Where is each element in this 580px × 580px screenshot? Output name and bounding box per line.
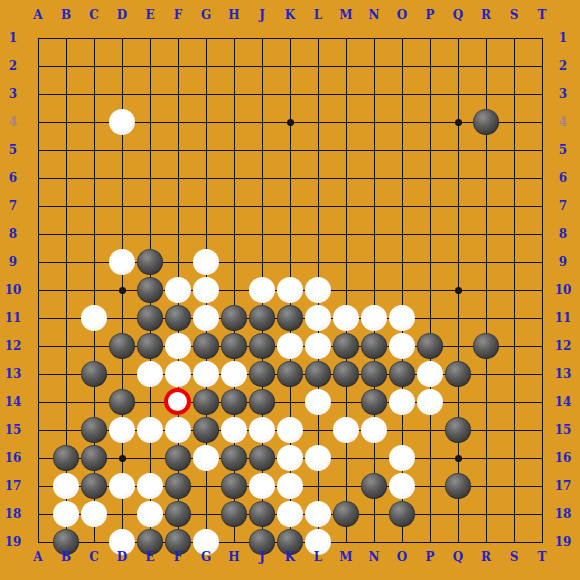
intersection-S16[interactable] bbox=[500, 444, 528, 472]
intersection-Q16[interactable] bbox=[444, 444, 472, 472]
intersection-O7[interactable] bbox=[388, 192, 416, 220]
intersection-L10[interactable] bbox=[304, 276, 332, 304]
intersection-S4[interactable] bbox=[500, 108, 528, 136]
intersection-K7[interactable] bbox=[276, 192, 304, 220]
intersection-S1[interactable] bbox=[500, 24, 528, 52]
intersection-B7[interactable] bbox=[52, 192, 80, 220]
intersection-L14[interactable] bbox=[304, 388, 332, 416]
intersection-G1[interactable] bbox=[192, 24, 220, 52]
intersection-P7[interactable] bbox=[416, 192, 444, 220]
intersection-O8[interactable] bbox=[388, 220, 416, 248]
intersection-R10[interactable] bbox=[472, 276, 500, 304]
intersection-L11[interactable] bbox=[304, 304, 332, 332]
intersection-B5[interactable] bbox=[52, 136, 80, 164]
intersection-H7[interactable] bbox=[220, 192, 248, 220]
intersection-E17[interactable] bbox=[136, 472, 164, 500]
intersection-P16[interactable] bbox=[416, 444, 444, 472]
intersection-P11[interactable] bbox=[416, 304, 444, 332]
intersection-D12[interactable] bbox=[108, 332, 136, 360]
intersection-M6[interactable] bbox=[332, 164, 360, 192]
intersection-Q7[interactable] bbox=[444, 192, 472, 220]
intersection-K16[interactable] bbox=[276, 444, 304, 472]
intersection-F18[interactable] bbox=[164, 500, 192, 528]
intersection-P1[interactable] bbox=[416, 24, 444, 52]
intersection-N4[interactable] bbox=[360, 108, 388, 136]
intersection-O2[interactable] bbox=[388, 52, 416, 80]
intersection-J4[interactable] bbox=[248, 108, 276, 136]
intersection-C3[interactable] bbox=[80, 80, 108, 108]
intersection-O5[interactable] bbox=[388, 136, 416, 164]
intersection-Q1[interactable] bbox=[444, 24, 472, 52]
intersection-M17[interactable] bbox=[332, 472, 360, 500]
intersection-J18[interactable] bbox=[248, 500, 276, 528]
intersection-N8[interactable] bbox=[360, 220, 388, 248]
intersection-B14[interactable] bbox=[52, 388, 80, 416]
intersection-N2[interactable] bbox=[360, 52, 388, 80]
intersection-A14[interactable] bbox=[24, 388, 52, 416]
intersection-C7[interactable] bbox=[80, 192, 108, 220]
intersection-Q6[interactable] bbox=[444, 164, 472, 192]
intersection-R15[interactable] bbox=[472, 416, 500, 444]
intersection-M5[interactable] bbox=[332, 136, 360, 164]
intersection-B15[interactable] bbox=[52, 416, 80, 444]
intersection-C11[interactable] bbox=[80, 304, 108, 332]
intersection-A6[interactable] bbox=[24, 164, 52, 192]
intersection-O11[interactable] bbox=[388, 304, 416, 332]
intersection-E5[interactable] bbox=[136, 136, 164, 164]
intersection-S9[interactable] bbox=[500, 248, 528, 276]
intersection-L3[interactable] bbox=[304, 80, 332, 108]
intersection-Q15[interactable] bbox=[444, 416, 472, 444]
intersection-H3[interactable] bbox=[220, 80, 248, 108]
intersection-F12[interactable] bbox=[164, 332, 192, 360]
intersection-R6[interactable] bbox=[472, 164, 500, 192]
intersection-A5[interactable] bbox=[24, 136, 52, 164]
intersection-O13[interactable] bbox=[388, 360, 416, 388]
intersection-C10[interactable] bbox=[80, 276, 108, 304]
intersection-F11[interactable] bbox=[164, 304, 192, 332]
intersection-M2[interactable] bbox=[332, 52, 360, 80]
intersection-R4[interactable] bbox=[472, 108, 500, 136]
intersection-C13[interactable] bbox=[80, 360, 108, 388]
intersection-J9[interactable] bbox=[248, 248, 276, 276]
intersection-O12[interactable] bbox=[388, 332, 416, 360]
intersection-C16[interactable] bbox=[80, 444, 108, 472]
intersection-E8[interactable] bbox=[136, 220, 164, 248]
intersection-C18[interactable] bbox=[80, 500, 108, 528]
intersection-K14[interactable] bbox=[276, 388, 304, 416]
intersection-A1[interactable] bbox=[24, 24, 52, 52]
intersection-E10[interactable] bbox=[136, 276, 164, 304]
intersection-S15[interactable] bbox=[500, 416, 528, 444]
intersection-G14[interactable] bbox=[192, 388, 220, 416]
intersection-E6[interactable] bbox=[136, 164, 164, 192]
intersection-B18[interactable] bbox=[52, 500, 80, 528]
intersection-G17[interactable] bbox=[192, 472, 220, 500]
intersection-P4[interactable] bbox=[416, 108, 444, 136]
intersection-D10[interactable] bbox=[108, 276, 136, 304]
intersection-F10[interactable] bbox=[164, 276, 192, 304]
intersection-H13[interactable] bbox=[220, 360, 248, 388]
intersection-H16[interactable] bbox=[220, 444, 248, 472]
intersection-E7[interactable] bbox=[136, 192, 164, 220]
intersection-M4[interactable] bbox=[332, 108, 360, 136]
intersection-A4[interactable] bbox=[24, 108, 52, 136]
intersection-S8[interactable] bbox=[500, 220, 528, 248]
intersection-K9[interactable] bbox=[276, 248, 304, 276]
intersection-C9[interactable] bbox=[80, 248, 108, 276]
intersection-F4[interactable] bbox=[164, 108, 192, 136]
intersection-K10[interactable] bbox=[276, 276, 304, 304]
intersection-E11[interactable] bbox=[136, 304, 164, 332]
intersection-O15[interactable] bbox=[388, 416, 416, 444]
intersection-N13[interactable] bbox=[360, 360, 388, 388]
intersection-B1[interactable] bbox=[52, 24, 80, 52]
intersection-L12[interactable] bbox=[304, 332, 332, 360]
intersection-P5[interactable] bbox=[416, 136, 444, 164]
intersection-L18[interactable] bbox=[304, 500, 332, 528]
intersection-R11[interactable] bbox=[472, 304, 500, 332]
intersection-C6[interactable] bbox=[80, 164, 108, 192]
intersection-H1[interactable] bbox=[220, 24, 248, 52]
intersection-N12[interactable] bbox=[360, 332, 388, 360]
intersection-G8[interactable] bbox=[192, 220, 220, 248]
intersection-M8[interactable] bbox=[332, 220, 360, 248]
intersection-E1[interactable] bbox=[136, 24, 164, 52]
intersection-D7[interactable] bbox=[108, 192, 136, 220]
intersection-C12[interactable] bbox=[80, 332, 108, 360]
intersection-L8[interactable] bbox=[304, 220, 332, 248]
intersection-M13[interactable] bbox=[332, 360, 360, 388]
intersection-F3[interactable] bbox=[164, 80, 192, 108]
intersection-R12[interactable] bbox=[472, 332, 500, 360]
intersection-R13[interactable] bbox=[472, 360, 500, 388]
intersection-S3[interactable] bbox=[500, 80, 528, 108]
intersection-P8[interactable] bbox=[416, 220, 444, 248]
intersection-P9[interactable] bbox=[416, 248, 444, 276]
intersection-J2[interactable] bbox=[248, 52, 276, 80]
intersection-O10[interactable] bbox=[388, 276, 416, 304]
intersection-C2[interactable] bbox=[80, 52, 108, 80]
intersection-F15[interactable] bbox=[164, 416, 192, 444]
intersection-R17[interactable] bbox=[472, 472, 500, 500]
intersection-S17[interactable] bbox=[500, 472, 528, 500]
intersection-M9[interactable] bbox=[332, 248, 360, 276]
intersection-C8[interactable] bbox=[80, 220, 108, 248]
intersection-D14[interactable] bbox=[108, 388, 136, 416]
intersection-S18[interactable] bbox=[500, 500, 528, 528]
intersection-J12[interactable] bbox=[248, 332, 276, 360]
intersection-G4[interactable] bbox=[192, 108, 220, 136]
intersection-H2[interactable] bbox=[220, 52, 248, 80]
intersection-H15[interactable] bbox=[220, 416, 248, 444]
intersection-B4[interactable] bbox=[52, 108, 80, 136]
intersection-E13[interactable] bbox=[136, 360, 164, 388]
intersection-J1[interactable] bbox=[248, 24, 276, 52]
intersection-Q17[interactable] bbox=[444, 472, 472, 500]
intersection-K2[interactable] bbox=[276, 52, 304, 80]
intersection-N18[interactable] bbox=[360, 500, 388, 528]
intersection-P15[interactable] bbox=[416, 416, 444, 444]
intersection-E3[interactable] bbox=[136, 80, 164, 108]
intersection-A7[interactable] bbox=[24, 192, 52, 220]
intersection-H18[interactable] bbox=[220, 500, 248, 528]
intersection-M10[interactable] bbox=[332, 276, 360, 304]
intersection-H9[interactable] bbox=[220, 248, 248, 276]
intersection-N6[interactable] bbox=[360, 164, 388, 192]
intersection-G6[interactable] bbox=[192, 164, 220, 192]
intersection-N16[interactable] bbox=[360, 444, 388, 472]
intersection-P17[interactable] bbox=[416, 472, 444, 500]
intersection-K8[interactable] bbox=[276, 220, 304, 248]
intersection-G3[interactable] bbox=[192, 80, 220, 108]
intersection-H11[interactable] bbox=[220, 304, 248, 332]
intersection-M7[interactable] bbox=[332, 192, 360, 220]
intersection-P13[interactable] bbox=[416, 360, 444, 388]
intersection-D2[interactable] bbox=[108, 52, 136, 80]
intersection-O6[interactable] bbox=[388, 164, 416, 192]
intersection-D17[interactable] bbox=[108, 472, 136, 500]
intersection-N5[interactable] bbox=[360, 136, 388, 164]
intersection-J6[interactable] bbox=[248, 164, 276, 192]
intersection-J10[interactable] bbox=[248, 276, 276, 304]
intersection-B16[interactable] bbox=[52, 444, 80, 472]
intersection-B17[interactable] bbox=[52, 472, 80, 500]
intersection-S2[interactable] bbox=[500, 52, 528, 80]
intersection-J11[interactable] bbox=[248, 304, 276, 332]
intersection-M11[interactable] bbox=[332, 304, 360, 332]
intersection-R2[interactable] bbox=[472, 52, 500, 80]
intersection-N14[interactable] bbox=[360, 388, 388, 416]
intersection-K6[interactable] bbox=[276, 164, 304, 192]
intersection-P12[interactable] bbox=[416, 332, 444, 360]
intersection-A2[interactable] bbox=[24, 52, 52, 80]
intersection-M12[interactable] bbox=[332, 332, 360, 360]
intersection-F1[interactable] bbox=[164, 24, 192, 52]
intersection-H14[interactable] bbox=[220, 388, 248, 416]
intersection-C15[interactable] bbox=[80, 416, 108, 444]
intersection-M18[interactable] bbox=[332, 500, 360, 528]
intersection-S12[interactable] bbox=[500, 332, 528, 360]
intersection-A8[interactable] bbox=[24, 220, 52, 248]
intersection-M1[interactable] bbox=[332, 24, 360, 52]
intersection-H10[interactable] bbox=[220, 276, 248, 304]
intersection-D8[interactable] bbox=[108, 220, 136, 248]
intersection-H17[interactable] bbox=[220, 472, 248, 500]
intersection-D1[interactable] bbox=[108, 24, 136, 52]
intersection-J7[interactable] bbox=[248, 192, 276, 220]
intersection-L7[interactable] bbox=[304, 192, 332, 220]
intersection-E14[interactable] bbox=[136, 388, 164, 416]
intersection-P10[interactable] bbox=[416, 276, 444, 304]
intersection-R3[interactable] bbox=[472, 80, 500, 108]
intersection-Q8[interactable] bbox=[444, 220, 472, 248]
intersection-B6[interactable] bbox=[52, 164, 80, 192]
intersection-R8[interactable] bbox=[472, 220, 500, 248]
intersection-R16[interactable] bbox=[472, 444, 500, 472]
intersection-K13[interactable] bbox=[276, 360, 304, 388]
intersection-J15[interactable] bbox=[248, 416, 276, 444]
intersection-J13[interactable] bbox=[248, 360, 276, 388]
intersection-K12[interactable] bbox=[276, 332, 304, 360]
intersection-R5[interactable] bbox=[472, 136, 500, 164]
intersection-A12[interactable] bbox=[24, 332, 52, 360]
intersection-O18[interactable] bbox=[388, 500, 416, 528]
intersection-A16[interactable] bbox=[24, 444, 52, 472]
intersection-L1[interactable] bbox=[304, 24, 332, 52]
intersection-B12[interactable] bbox=[52, 332, 80, 360]
intersection-R9[interactable] bbox=[472, 248, 500, 276]
intersection-Q13[interactable] bbox=[444, 360, 472, 388]
intersection-F13[interactable] bbox=[164, 360, 192, 388]
intersection-S13[interactable] bbox=[500, 360, 528, 388]
intersection-B13[interactable] bbox=[52, 360, 80, 388]
intersection-C5[interactable] bbox=[80, 136, 108, 164]
intersection-A11[interactable] bbox=[24, 304, 52, 332]
intersection-O1[interactable] bbox=[388, 24, 416, 52]
intersection-S5[interactable] bbox=[500, 136, 528, 164]
intersection-K17[interactable] bbox=[276, 472, 304, 500]
intersection-N1[interactable] bbox=[360, 24, 388, 52]
intersection-L6[interactable] bbox=[304, 164, 332, 192]
intersection-F9[interactable] bbox=[164, 248, 192, 276]
intersection-S11[interactable] bbox=[500, 304, 528, 332]
intersection-F2[interactable] bbox=[164, 52, 192, 80]
intersection-R1[interactable] bbox=[472, 24, 500, 52]
intersection-F16[interactable] bbox=[164, 444, 192, 472]
intersection-G10[interactable] bbox=[192, 276, 220, 304]
intersection-F17[interactable] bbox=[164, 472, 192, 500]
intersection-A9[interactable] bbox=[24, 248, 52, 276]
intersection-N3[interactable] bbox=[360, 80, 388, 108]
intersection-E18[interactable] bbox=[136, 500, 164, 528]
intersection-D16[interactable] bbox=[108, 444, 136, 472]
intersection-O14[interactable] bbox=[388, 388, 416, 416]
intersection-L9[interactable] bbox=[304, 248, 332, 276]
intersection-K1[interactable] bbox=[276, 24, 304, 52]
intersection-O17[interactable] bbox=[388, 472, 416, 500]
intersection-N9[interactable] bbox=[360, 248, 388, 276]
intersection-Q5[interactable] bbox=[444, 136, 472, 164]
intersection-H6[interactable] bbox=[220, 164, 248, 192]
intersection-N10[interactable] bbox=[360, 276, 388, 304]
intersection-K3[interactable] bbox=[276, 80, 304, 108]
intersection-N7[interactable] bbox=[360, 192, 388, 220]
intersection-M3[interactable] bbox=[332, 80, 360, 108]
intersection-Q12[interactable] bbox=[444, 332, 472, 360]
intersection-O16[interactable] bbox=[388, 444, 416, 472]
intersection-A13[interactable] bbox=[24, 360, 52, 388]
intersection-B10[interactable] bbox=[52, 276, 80, 304]
intersection-D9[interactable] bbox=[108, 248, 136, 276]
intersection-L17[interactable] bbox=[304, 472, 332, 500]
intersection-F6[interactable] bbox=[164, 164, 192, 192]
intersection-G11[interactable] bbox=[192, 304, 220, 332]
intersection-E2[interactable] bbox=[136, 52, 164, 80]
intersection-E9[interactable] bbox=[136, 248, 164, 276]
intersection-E16[interactable] bbox=[136, 444, 164, 472]
intersection-A15[interactable] bbox=[24, 416, 52, 444]
intersection-Q11[interactable] bbox=[444, 304, 472, 332]
intersection-L15[interactable] bbox=[304, 416, 332, 444]
intersection-Q4[interactable] bbox=[444, 108, 472, 136]
intersection-Q18[interactable] bbox=[444, 500, 472, 528]
intersection-S6[interactable] bbox=[500, 164, 528, 192]
intersection-J5[interactable] bbox=[248, 136, 276, 164]
intersection-P14[interactable] bbox=[416, 388, 444, 416]
intersection-G9[interactable] bbox=[192, 248, 220, 276]
intersection-P6[interactable] bbox=[416, 164, 444, 192]
intersection-D4[interactable] bbox=[108, 108, 136, 136]
intersection-J14[interactable] bbox=[248, 388, 276, 416]
intersection-N11[interactable] bbox=[360, 304, 388, 332]
intersection-D5[interactable] bbox=[108, 136, 136, 164]
intersection-L13[interactable] bbox=[304, 360, 332, 388]
intersection-K11[interactable] bbox=[276, 304, 304, 332]
intersection-S7[interactable] bbox=[500, 192, 528, 220]
intersection-H8[interactable] bbox=[220, 220, 248, 248]
intersection-D18[interactable] bbox=[108, 500, 136, 528]
intersection-G16[interactable] bbox=[192, 444, 220, 472]
intersection-M15[interactable] bbox=[332, 416, 360, 444]
intersection-S14[interactable] bbox=[500, 388, 528, 416]
intersection-K15[interactable] bbox=[276, 416, 304, 444]
intersection-N17[interactable] bbox=[360, 472, 388, 500]
intersection-N15[interactable] bbox=[360, 416, 388, 444]
intersection-O4[interactable] bbox=[388, 108, 416, 136]
intersection-K5[interactable] bbox=[276, 136, 304, 164]
intersection-E15[interactable] bbox=[136, 416, 164, 444]
intersection-K4[interactable] bbox=[276, 108, 304, 136]
intersection-H5[interactable] bbox=[220, 136, 248, 164]
intersection-J16[interactable] bbox=[248, 444, 276, 472]
intersection-G18[interactable] bbox=[192, 500, 220, 528]
intersection-G12[interactable] bbox=[192, 332, 220, 360]
intersection-G7[interactable] bbox=[192, 192, 220, 220]
intersection-J17[interactable] bbox=[248, 472, 276, 500]
intersection-G2[interactable] bbox=[192, 52, 220, 80]
intersection-B11[interactable] bbox=[52, 304, 80, 332]
intersection-F14[interactable] bbox=[164, 388, 192, 416]
intersection-J3[interactable] bbox=[248, 80, 276, 108]
intersection-S10[interactable] bbox=[500, 276, 528, 304]
intersection-R18[interactable] bbox=[472, 500, 500, 528]
intersection-R7[interactable] bbox=[472, 192, 500, 220]
intersection-B2[interactable] bbox=[52, 52, 80, 80]
intersection-L2[interactable] bbox=[304, 52, 332, 80]
intersection-O3[interactable] bbox=[388, 80, 416, 108]
intersection-A17[interactable] bbox=[24, 472, 52, 500]
intersection-K18[interactable] bbox=[276, 500, 304, 528]
intersection-Q14[interactable] bbox=[444, 388, 472, 416]
intersection-A10[interactable] bbox=[24, 276, 52, 304]
intersection-L5[interactable] bbox=[304, 136, 332, 164]
intersection-A18[interactable] bbox=[24, 500, 52, 528]
intersection-F7[interactable] bbox=[164, 192, 192, 220]
intersection-E12[interactable] bbox=[136, 332, 164, 360]
intersection-G13[interactable] bbox=[192, 360, 220, 388]
intersection-P18[interactable] bbox=[416, 500, 444, 528]
intersection-D3[interactable] bbox=[108, 80, 136, 108]
intersection-A3[interactable] bbox=[24, 80, 52, 108]
intersection-E4[interactable] bbox=[136, 108, 164, 136]
intersection-O9[interactable] bbox=[388, 248, 416, 276]
intersection-C4[interactable] bbox=[80, 108, 108, 136]
intersection-Q9[interactable] bbox=[444, 248, 472, 276]
intersection-C14[interactable] bbox=[80, 388, 108, 416]
intersection-P2[interactable] bbox=[416, 52, 444, 80]
intersection-L16[interactable] bbox=[304, 444, 332, 472]
